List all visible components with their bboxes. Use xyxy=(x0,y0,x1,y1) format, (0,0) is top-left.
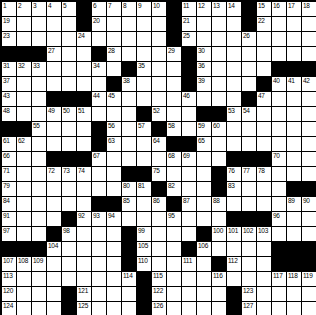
white-cell[interactable] xyxy=(212,152,226,166)
white-cell[interactable] xyxy=(77,197,91,211)
white-cell[interactable] xyxy=(227,92,241,106)
white-cell[interactable] xyxy=(32,92,46,106)
white-cell[interactable] xyxy=(92,242,106,256)
white-cell[interactable]: 2 xyxy=(17,2,31,16)
white-cell[interactable] xyxy=(17,197,31,211)
white-cell[interactable]: 127 xyxy=(242,302,256,315)
white-cell[interactable] xyxy=(32,287,46,301)
white-cell[interactable] xyxy=(107,287,121,301)
white-cell[interactable] xyxy=(62,77,76,91)
white-cell[interactable] xyxy=(77,47,91,61)
white-cell[interactable] xyxy=(182,272,196,286)
white-cell[interactable] xyxy=(107,17,121,31)
white-cell[interactable]: 82 xyxy=(167,182,181,196)
white-cell[interactable] xyxy=(122,107,136,121)
white-cell[interactable] xyxy=(62,32,76,46)
white-cell[interactable] xyxy=(32,272,46,286)
white-cell[interactable]: 79 xyxy=(2,182,16,196)
white-cell[interactable]: 108 xyxy=(17,257,31,271)
white-cell[interactable] xyxy=(137,137,151,151)
white-cell[interactable] xyxy=(242,62,256,76)
white-cell[interactable] xyxy=(62,47,76,61)
white-cell[interactable]: 45 xyxy=(107,92,121,106)
white-cell[interactable]: 110 xyxy=(137,257,151,271)
white-cell[interactable] xyxy=(227,137,241,151)
white-cell[interactable] xyxy=(257,302,271,315)
white-cell[interactable] xyxy=(107,302,121,315)
white-cell[interactable]: 109 xyxy=(32,257,46,271)
white-cell[interactable] xyxy=(302,227,316,241)
white-cell[interactable] xyxy=(242,182,256,196)
white-cell[interactable] xyxy=(167,257,181,271)
white-cell[interactable] xyxy=(17,17,31,31)
white-cell[interactable] xyxy=(167,227,181,241)
white-cell[interactable] xyxy=(302,107,316,121)
white-cell[interactable]: 98 xyxy=(62,227,76,241)
white-cell[interactable] xyxy=(242,122,256,136)
white-cell[interactable] xyxy=(272,92,286,106)
white-cell[interactable] xyxy=(287,287,301,301)
white-cell[interactable] xyxy=(167,92,181,106)
white-cell[interactable]: 63 xyxy=(107,137,121,151)
white-cell[interactable]: 71 xyxy=(2,167,16,181)
white-cell[interactable]: 5 xyxy=(62,2,76,16)
white-cell[interactable] xyxy=(137,92,151,106)
white-cell[interactable] xyxy=(272,167,286,181)
white-cell[interactable]: 115 xyxy=(152,272,166,286)
white-cell[interactable]: 9 xyxy=(137,2,151,16)
white-cell[interactable]: 90 xyxy=(302,197,316,211)
white-cell[interactable]: 11 xyxy=(182,2,196,16)
white-cell[interactable] xyxy=(212,32,226,46)
white-cell[interactable] xyxy=(137,212,151,226)
white-cell[interactable] xyxy=(212,212,226,226)
white-cell[interactable] xyxy=(77,62,91,76)
white-cell[interactable] xyxy=(32,152,46,166)
white-cell[interactable] xyxy=(47,32,61,46)
white-cell[interactable] xyxy=(62,182,76,196)
white-cell[interactable] xyxy=(167,287,181,301)
white-cell[interactable] xyxy=(107,227,121,241)
white-cell[interactable]: 10 xyxy=(152,2,166,16)
white-cell[interactable]: 105 xyxy=(137,242,151,256)
white-cell[interactable] xyxy=(242,257,256,271)
white-cell[interactable] xyxy=(77,257,91,271)
white-cell[interactable] xyxy=(182,167,196,181)
white-cell[interactable] xyxy=(197,287,211,301)
white-cell[interactable] xyxy=(107,272,121,286)
white-cell[interactable] xyxy=(152,32,166,46)
white-cell[interactable] xyxy=(302,152,316,166)
white-cell[interactable] xyxy=(47,17,61,31)
white-cell[interactable]: 44 xyxy=(92,92,106,106)
white-cell[interactable] xyxy=(107,182,121,196)
white-cell[interactable] xyxy=(287,92,301,106)
white-cell[interactable] xyxy=(62,62,76,76)
white-cell[interactable]: 123 xyxy=(242,287,256,301)
white-cell[interactable] xyxy=(257,107,271,121)
white-cell[interactable]: 53 xyxy=(227,107,241,121)
white-cell[interactable]: 37 xyxy=(2,77,16,91)
white-cell[interactable] xyxy=(47,272,61,286)
white-cell[interactable] xyxy=(47,302,61,315)
white-cell[interactable]: 24 xyxy=(77,32,91,46)
white-cell[interactable] xyxy=(197,92,211,106)
white-cell[interactable]: 87 xyxy=(182,197,196,211)
white-cell[interactable] xyxy=(257,197,271,211)
white-cell[interactable] xyxy=(212,77,226,91)
white-cell[interactable] xyxy=(47,77,61,91)
white-cell[interactable]: 35 xyxy=(137,62,151,76)
white-cell[interactable]: 64 xyxy=(152,137,166,151)
white-cell[interactable] xyxy=(107,62,121,76)
white-cell[interactable]: 81 xyxy=(137,182,151,196)
white-cell[interactable]: 38 xyxy=(122,77,136,91)
white-cell[interactable]: 76 xyxy=(227,167,241,181)
white-cell[interactable]: 31 xyxy=(2,62,16,76)
white-cell[interactable] xyxy=(272,287,286,301)
white-cell[interactable]: 57 xyxy=(137,122,151,136)
white-cell[interactable] xyxy=(212,137,226,151)
white-cell[interactable] xyxy=(197,257,211,271)
white-cell[interactable]: 69 xyxy=(182,152,196,166)
white-cell[interactable] xyxy=(32,197,46,211)
white-cell[interactable] xyxy=(62,17,76,31)
white-cell[interactable]: 122 xyxy=(152,287,166,301)
white-cell[interactable] xyxy=(77,122,91,136)
white-cell[interactable] xyxy=(17,302,31,315)
white-cell[interactable] xyxy=(122,137,136,151)
white-cell[interactable] xyxy=(32,137,46,151)
white-cell[interactable]: 39 xyxy=(197,77,211,91)
white-cell[interactable] xyxy=(272,32,286,46)
white-cell[interactable]: 59 xyxy=(197,122,211,136)
white-cell[interactable] xyxy=(137,32,151,46)
white-cell[interactable] xyxy=(92,182,106,196)
white-cell[interactable] xyxy=(62,257,76,271)
white-cell[interactable]: 70 xyxy=(272,152,286,166)
white-cell[interactable]: 95 xyxy=(167,212,181,226)
white-cell[interactable] xyxy=(62,242,76,256)
white-cell[interactable] xyxy=(272,107,286,121)
white-cell[interactable] xyxy=(92,272,106,286)
white-cell[interactable] xyxy=(122,47,136,61)
white-cell[interactable]: 8 xyxy=(122,2,136,16)
white-cell[interactable] xyxy=(92,227,106,241)
white-cell[interactable] xyxy=(302,17,316,31)
white-cell[interactable] xyxy=(47,122,61,136)
white-cell[interactable] xyxy=(47,62,61,76)
white-cell[interactable] xyxy=(122,152,136,166)
white-cell[interactable]: 48 xyxy=(2,107,16,121)
white-cell[interactable] xyxy=(137,152,151,166)
white-cell[interactable]: 25 xyxy=(182,32,196,46)
white-cell[interactable]: 16 xyxy=(272,2,286,16)
white-cell[interactable] xyxy=(257,182,271,196)
white-cell[interactable] xyxy=(92,257,106,271)
white-cell[interactable]: 88 xyxy=(212,197,226,211)
white-cell[interactable]: 120 xyxy=(2,287,16,301)
white-cell[interactable] xyxy=(32,17,46,31)
white-cell[interactable] xyxy=(92,107,106,121)
white-cell[interactable] xyxy=(152,227,166,241)
white-cell[interactable]: 54 xyxy=(242,107,256,121)
white-cell[interactable] xyxy=(242,47,256,61)
white-cell[interactable]: 18 xyxy=(302,2,316,16)
white-cell[interactable] xyxy=(257,242,271,256)
white-cell[interactable] xyxy=(152,152,166,166)
white-cell[interactable] xyxy=(182,287,196,301)
white-cell[interactable] xyxy=(167,107,181,121)
white-cell[interactable]: 86 xyxy=(152,197,166,211)
white-cell[interactable] xyxy=(287,107,301,121)
white-cell[interactable]: 96 xyxy=(272,212,286,226)
white-cell[interactable]: 118 xyxy=(287,272,301,286)
white-cell[interactable] xyxy=(197,32,211,46)
white-cell[interactable] xyxy=(257,257,271,271)
white-cell[interactable] xyxy=(32,182,46,196)
white-cell[interactable]: 61 xyxy=(2,137,16,151)
white-cell[interactable] xyxy=(107,107,121,121)
white-cell[interactable]: 50 xyxy=(62,107,76,121)
white-cell[interactable] xyxy=(227,62,241,76)
white-cell[interactable]: 114 xyxy=(122,272,136,286)
white-cell[interactable] xyxy=(77,272,91,286)
white-cell[interactable]: 68 xyxy=(167,152,181,166)
white-cell[interactable] xyxy=(212,302,226,315)
white-cell[interactable] xyxy=(302,137,316,151)
white-cell[interactable] xyxy=(77,77,91,91)
white-cell[interactable]: 40 xyxy=(272,77,286,91)
white-cell[interactable]: 73 xyxy=(62,167,76,181)
white-cell[interactable]: 6 xyxy=(92,2,106,16)
white-cell[interactable] xyxy=(287,152,301,166)
white-cell[interactable]: 111 xyxy=(182,257,196,271)
white-cell[interactable]: 106 xyxy=(197,242,211,256)
white-cell[interactable] xyxy=(242,77,256,91)
white-cell[interactable] xyxy=(302,32,316,46)
white-cell[interactable]: 13 xyxy=(212,2,226,16)
white-cell[interactable] xyxy=(272,227,286,241)
white-cell[interactable] xyxy=(92,77,106,91)
white-cell[interactable] xyxy=(167,272,181,286)
white-cell[interactable] xyxy=(197,152,211,166)
white-cell[interactable] xyxy=(137,47,151,61)
white-cell[interactable] xyxy=(302,302,316,315)
white-cell[interactable] xyxy=(272,17,286,31)
white-cell[interactable] xyxy=(77,227,91,241)
white-cell[interactable] xyxy=(32,212,46,226)
white-cell[interactable] xyxy=(257,47,271,61)
white-cell[interactable] xyxy=(212,92,226,106)
white-cell[interactable]: 47 xyxy=(257,92,271,106)
white-cell[interactable]: 101 xyxy=(227,227,241,241)
white-cell[interactable] xyxy=(272,182,286,196)
white-cell[interactable] xyxy=(257,287,271,301)
white-cell[interactable] xyxy=(47,197,61,211)
white-cell[interactable] xyxy=(17,77,31,91)
white-cell[interactable] xyxy=(287,302,301,315)
white-cell[interactable] xyxy=(122,17,136,31)
white-cell[interactable]: 93 xyxy=(92,212,106,226)
white-cell[interactable] xyxy=(242,272,256,286)
white-cell[interactable]: 60 xyxy=(212,122,226,136)
white-cell[interactable]: 84 xyxy=(2,197,16,211)
white-cell[interactable]: 20 xyxy=(92,17,106,31)
white-cell[interactable] xyxy=(152,77,166,91)
white-cell[interactable] xyxy=(17,167,31,181)
white-cell[interactable]: 62 xyxy=(17,137,31,151)
white-cell[interactable]: 85 xyxy=(122,197,136,211)
white-cell[interactable] xyxy=(107,167,121,181)
white-cell[interactable] xyxy=(197,17,211,31)
white-cell[interactable]: 7 xyxy=(107,2,121,16)
white-cell[interactable]: 55 xyxy=(32,122,46,136)
white-cell[interactable] xyxy=(227,197,241,211)
white-cell[interactable] xyxy=(122,32,136,46)
white-cell[interactable] xyxy=(92,167,106,181)
white-cell[interactable]: 27 xyxy=(47,47,61,61)
white-cell[interactable] xyxy=(167,77,181,91)
white-cell[interactable]: 100 xyxy=(212,227,226,241)
white-cell[interactable]: 41 xyxy=(287,77,301,91)
white-cell[interactable]: 15 xyxy=(257,2,271,16)
white-cell[interactable]: 92 xyxy=(77,212,91,226)
white-cell[interactable] xyxy=(152,62,166,76)
white-cell[interactable] xyxy=(17,182,31,196)
white-cell[interactable] xyxy=(137,77,151,91)
white-cell[interactable]: 107 xyxy=(2,257,16,271)
white-cell[interactable] xyxy=(167,302,181,315)
white-cell[interactable] xyxy=(167,242,181,256)
white-cell[interactable]: 124 xyxy=(2,302,16,315)
white-cell[interactable]: 99 xyxy=(137,227,151,241)
white-cell[interactable]: 22 xyxy=(257,17,271,31)
white-cell[interactable] xyxy=(257,32,271,46)
white-cell[interactable]: 34 xyxy=(92,62,106,76)
white-cell[interactable] xyxy=(287,17,301,31)
white-cell[interactable]: 36 xyxy=(197,62,211,76)
white-cell[interactable] xyxy=(17,92,31,106)
white-cell[interactable]: 3 xyxy=(32,2,46,16)
white-cell[interactable]: 125 xyxy=(77,302,91,315)
white-cell[interactable] xyxy=(257,122,271,136)
white-cell[interactable] xyxy=(197,182,211,196)
white-cell[interactable] xyxy=(47,287,61,301)
white-cell[interactable] xyxy=(47,137,61,151)
white-cell[interactable]: 66 xyxy=(2,152,16,166)
white-cell[interactable] xyxy=(197,167,211,181)
white-cell[interactable]: 119 xyxy=(302,272,316,286)
white-cell[interactable]: 51 xyxy=(77,107,91,121)
white-cell[interactable] xyxy=(32,227,46,241)
white-cell[interactable] xyxy=(227,122,241,136)
white-cell[interactable] xyxy=(182,182,196,196)
white-cell[interactable]: 46 xyxy=(182,92,196,106)
white-cell[interactable] xyxy=(257,62,271,76)
white-cell[interactable] xyxy=(182,107,196,121)
white-cell[interactable] xyxy=(212,287,226,301)
white-cell[interactable] xyxy=(17,227,31,241)
white-cell[interactable]: 78 xyxy=(257,167,271,181)
white-cell[interactable]: 33 xyxy=(32,62,46,76)
white-cell[interactable]: 80 xyxy=(122,182,136,196)
white-cell[interactable] xyxy=(167,62,181,76)
white-cell[interactable]: 56 xyxy=(107,122,121,136)
white-cell[interactable]: 102 xyxy=(242,227,256,241)
white-cell[interactable]: 1 xyxy=(2,2,16,16)
white-cell[interactable]: 104 xyxy=(47,242,61,256)
white-cell[interactable] xyxy=(302,122,316,136)
white-cell[interactable] xyxy=(197,302,211,315)
white-cell[interactable] xyxy=(287,212,301,226)
white-cell[interactable] xyxy=(107,32,121,46)
white-cell[interactable]: 121 xyxy=(77,287,91,301)
white-cell[interactable] xyxy=(32,107,46,121)
white-cell[interactable]: 29 xyxy=(167,47,181,61)
white-cell[interactable] xyxy=(227,77,241,91)
white-cell[interactable] xyxy=(272,137,286,151)
white-cell[interactable]: 17 xyxy=(287,2,301,16)
white-cell[interactable] xyxy=(167,167,181,181)
white-cell[interactable] xyxy=(212,242,226,256)
white-cell[interactable] xyxy=(212,17,226,31)
white-cell[interactable] xyxy=(77,242,91,256)
white-cell[interactable] xyxy=(287,32,301,46)
white-cell[interactable] xyxy=(287,122,301,136)
white-cell[interactable] xyxy=(32,77,46,91)
white-cell[interactable] xyxy=(302,212,316,226)
white-cell[interactable]: 77 xyxy=(242,167,256,181)
white-cell[interactable] xyxy=(47,182,61,196)
white-cell[interactable] xyxy=(152,17,166,31)
white-cell[interactable] xyxy=(272,197,286,211)
white-cell[interactable] xyxy=(227,242,241,256)
white-cell[interactable]: 103 xyxy=(257,227,271,241)
white-cell[interactable]: 126 xyxy=(152,302,166,315)
white-cell[interactable] xyxy=(137,17,151,31)
white-cell[interactable] xyxy=(287,47,301,61)
white-cell[interactable] xyxy=(302,92,316,106)
white-cell[interactable]: 58 xyxy=(167,122,181,136)
white-cell[interactable] xyxy=(302,47,316,61)
white-cell[interactable]: 112 xyxy=(227,257,241,271)
white-cell[interactable] xyxy=(17,272,31,286)
white-cell[interactable] xyxy=(92,302,106,315)
white-cell[interactable] xyxy=(32,167,46,181)
white-cell[interactable]: 43 xyxy=(2,92,16,106)
white-cell[interactable] xyxy=(287,167,301,181)
white-cell[interactable] xyxy=(17,212,31,226)
white-cell[interactable]: 97 xyxy=(2,227,16,241)
white-cell[interactable] xyxy=(197,272,211,286)
white-cell[interactable] xyxy=(257,272,271,286)
white-cell[interactable] xyxy=(62,137,76,151)
white-cell[interactable] xyxy=(92,287,106,301)
white-cell[interactable] xyxy=(152,257,166,271)
white-cell[interactable]: 91 xyxy=(2,212,16,226)
white-cell[interactable] xyxy=(227,272,241,286)
white-cell[interactable]: 26 xyxy=(242,32,256,46)
white-cell[interactable]: 49 xyxy=(47,107,61,121)
white-cell[interactable]: 83 xyxy=(227,182,241,196)
white-cell[interactable] xyxy=(17,32,31,46)
white-cell[interactable] xyxy=(77,182,91,196)
white-cell[interactable]: 32 xyxy=(17,62,31,76)
white-cell[interactable] xyxy=(107,257,121,271)
white-cell[interactable] xyxy=(212,62,226,76)
white-cell[interactable] xyxy=(62,197,76,211)
